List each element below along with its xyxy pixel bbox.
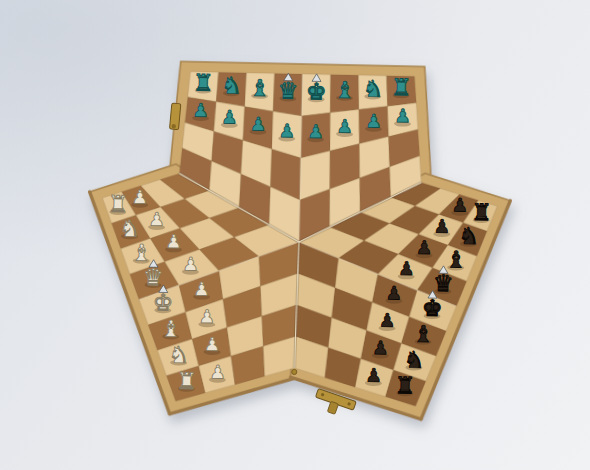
white-knight[interactable]: ♞ — [168, 342, 189, 368]
piece-glyph: ♞ — [404, 346, 425, 372]
white-pawn[interactable]: ♟ — [209, 361, 226, 383]
piece-glyph: ♜ — [471, 199, 492, 225]
teal-knight[interactable]: ♞ — [362, 75, 383, 101]
piece-glyph: ♝ — [334, 77, 355, 103]
teal-pawn[interactable]: ♟ — [336, 116, 353, 138]
teal-bishop[interactable]: ♝ — [334, 77, 355, 103]
piece-glyph: ♜ — [193, 70, 214, 96]
piece-glyph: ♟ — [209, 361, 226, 382]
piece-glyph: ♚ — [422, 295, 443, 321]
teal-queen[interactable]: ♛ — [277, 73, 298, 104]
white-rook[interactable]: ♜ — [107, 191, 128, 217]
piece-glyph: ♟ — [379, 310, 396, 331]
black-queen[interactable]: ♛ — [433, 266, 454, 297]
teal-pawn[interactable]: ♟ — [278, 120, 295, 142]
white-pawn[interactable]: ♟ — [193, 278, 210, 300]
white-pawn[interactable]: ♟ — [131, 186, 148, 208]
white-rook[interactable]: ♜ — [176, 368, 197, 394]
black-bishop[interactable]: ♝ — [445, 246, 466, 272]
brass-pin-icon — [292, 369, 297, 374]
teal-bishop[interactable]: ♝ — [249, 75, 270, 101]
piece-glyph: ♟ — [451, 194, 468, 215]
black-pawn[interactable]: ♟ — [385, 282, 402, 304]
white-pawn[interactable]: ♟ — [165, 231, 182, 253]
piece-glyph: ♟ — [365, 110, 382, 131]
piece-glyph: ♞ — [362, 75, 383, 101]
white-knight[interactable]: ♞ — [119, 215, 140, 241]
piece-glyph: ♞ — [458, 223, 479, 249]
piece-glyph: ♚ — [306, 78, 327, 104]
black-pawn[interactable]: ♟ — [415, 237, 432, 259]
black-rook[interactable]: ♜ — [471, 199, 492, 225]
teal-pawn[interactable]: ♟ — [192, 100, 209, 122]
piece-glyph: ♜ — [176, 368, 197, 394]
board-group: ♜♜♞♞♝♝♛♚♟♟♟♟♟♟♟♟♟♟♜♜♟♟♞♞♟♟♝♝♟♟♛♛♟♟♚♚♟♟♝♝… — [85, 60, 513, 423]
black-knight[interactable]: ♞ — [404, 346, 425, 372]
teal-knight[interactable]: ♞ — [221, 72, 242, 98]
white-bishop[interactable]: ♝ — [131, 240, 152, 266]
black-pawn[interactable]: ♟ — [433, 215, 450, 237]
teal-pawn[interactable]: ♟ — [394, 105, 411, 127]
piece-glyph: ♟ — [394, 105, 411, 126]
piece-glyph: ♝ — [445, 246, 466, 272]
piece-glyph: ♟ — [386, 282, 403, 303]
white-pawn[interactable]: ♟ — [204, 333, 221, 355]
piece-glyph: ♝ — [131, 240, 152, 266]
piece-glyph: ♟ — [336, 116, 353, 137]
piece-glyph: ♟ — [278, 120, 295, 141]
black-pawn[interactable]: ♟ — [365, 364, 382, 386]
teal-pawn[interactable]: ♟ — [307, 121, 324, 143]
piece-glyph: ♟ — [365, 364, 382, 385]
black-pawn[interactable]: ♟ — [398, 258, 415, 280]
piece-glyph: ♞ — [168, 342, 189, 368]
piece-glyph: ♛ — [143, 264, 164, 290]
piece-glyph: ♜ — [107, 191, 128, 217]
piece-glyph: ♛ — [433, 270, 454, 296]
white-bishop[interactable]: ♝ — [160, 315, 181, 341]
black-rook[interactable]: ♜ — [394, 372, 415, 398]
piece-glyph: ♟ — [131, 186, 148, 207]
piece-glyph: ♛ — [277, 77, 298, 103]
piece-glyph: ♞ — [221, 72, 242, 98]
black-king[interactable]: ♚ — [422, 290, 443, 321]
brass-clasp-icon — [170, 103, 181, 130]
piece-glyph: ♝ — [160, 315, 181, 341]
piece-glyph: ♟ — [372, 337, 389, 358]
white-pawn[interactable]: ♟ — [198, 306, 215, 328]
piece-glyph: ♝ — [249, 75, 270, 101]
teal-rook[interactable]: ♜ — [193, 70, 214, 96]
teal-pawn[interactable]: ♟ — [365, 110, 382, 132]
piece-glyph: ♟ — [221, 106, 238, 127]
white-pawn[interactable]: ♟ — [182, 253, 199, 275]
piece-glyph: ♟ — [434, 215, 451, 236]
teal-pawn[interactable]: ♟ — [249, 113, 266, 135]
piece-glyph: ♟ — [199, 306, 216, 327]
teal-rook[interactable]: ♜ — [391, 74, 412, 100]
piece-glyph: ♞ — [119, 215, 140, 241]
piece-glyph: ♟ — [307, 121, 324, 142]
piece-glyph: ♟ — [192, 100, 209, 121]
teal-pawn[interactable]: ♟ — [221, 106, 238, 128]
white-queen[interactable]: ♛ — [143, 259, 164, 290]
piece-glyph: ♟ — [204, 334, 221, 355]
piece-glyph: ♟ — [193, 278, 210, 299]
black-bishop[interactable]: ♝ — [413, 321, 434, 347]
teal-king[interactable]: ♚ — [306, 74, 327, 105]
piece-glyph: ♟ — [165, 231, 182, 252]
black-knight[interactable]: ♞ — [458, 223, 479, 249]
white-pawn[interactable]: ♟ — [148, 209, 165, 231]
three-player-chess-board: ♜♜♞♞♝♝♛♚♟♟♟♟♟♟♟♟♟♟♜♜♟♟♞♞♟♟♝♝♟♟♛♛♟♟♚♚♟♟♝♝… — [0, 0, 590, 470]
piece-glyph: ♟ — [398, 258, 415, 279]
black-pawn[interactable]: ♟ — [451, 194, 468, 216]
piece-glyph: ♟ — [148, 209, 165, 230]
piece-glyph: ♟ — [416, 237, 433, 258]
piece-glyph: ♝ — [413, 321, 434, 347]
photo-scene: ♜♜♞♞♝♝♛♚♟♟♟♟♟♟♟♟♟♟♜♜♟♟♞♞♟♟♝♝♟♟♛♛♟♟♚♚♟♟♝♝… — [0, 0, 590, 470]
white-king[interactable]: ♚ — [152, 285, 173, 316]
piece-glyph: ♜ — [391, 74, 412, 100]
black-pawn[interactable]: ♟ — [378, 310, 395, 332]
black-pawn[interactable]: ♟ — [372, 337, 389, 359]
piece-glyph: ♟ — [250, 113, 267, 134]
piece-glyph: ♜ — [394, 372, 415, 398]
piece-glyph: ♟ — [182, 253, 199, 274]
piece-glyph: ♚ — [152, 289, 173, 315]
